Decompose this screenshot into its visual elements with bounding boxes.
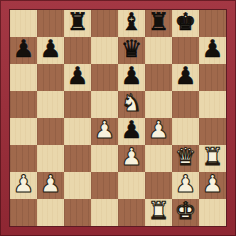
square-c3[interactable]: [64, 145, 91, 172]
square-f4[interactable]: ♟: [145, 118, 172, 145]
chess-board: ♜♝♜♚♟♟♛♟♟♟♟♞♟♟♟♟♛♜♟♟♟♟♜♚: [10, 10, 226, 226]
square-f5[interactable]: [145, 91, 172, 118]
white-pawn-icon[interactable]: ♟: [13, 172, 35, 198]
square-e4[interactable]: ♟: [118, 118, 145, 145]
square-g1[interactable]: ♚: [172, 199, 199, 226]
white-pawn-icon[interactable]: ♟: [175, 172, 197, 198]
square-f3[interactable]: [145, 145, 172, 172]
black-pawn-icon[interactable]: ♟: [121, 118, 143, 144]
square-e3[interactable]: ♟: [118, 145, 145, 172]
square-h5[interactable]: [199, 91, 226, 118]
black-queen-icon[interactable]: ♛: [121, 37, 143, 63]
square-b1[interactable]: [37, 199, 64, 226]
square-c7[interactable]: [64, 37, 91, 64]
square-b7[interactable]: ♟: [37, 37, 64, 64]
white-king-icon[interactable]: ♚: [175, 199, 197, 225]
square-d5[interactable]: [91, 91, 118, 118]
square-a4[interactable]: [10, 118, 37, 145]
square-a2[interactable]: ♟: [10, 172, 37, 199]
square-e6[interactable]: ♟: [118, 64, 145, 91]
square-d1[interactable]: [91, 199, 118, 226]
square-a7[interactable]: ♟: [10, 37, 37, 64]
square-e1[interactable]: [118, 199, 145, 226]
square-c5[interactable]: [64, 91, 91, 118]
square-g3[interactable]: ♛: [172, 145, 199, 172]
square-b3[interactable]: [37, 145, 64, 172]
square-d4[interactable]: ♟: [91, 118, 118, 145]
black-rook-icon[interactable]: ♜: [148, 10, 170, 36]
square-c4[interactable]: [64, 118, 91, 145]
white-pawn-icon[interactable]: ♟: [40, 172, 62, 198]
black-pawn-icon[interactable]: ♟: [175, 64, 197, 90]
square-d3[interactable]: [91, 145, 118, 172]
square-e7[interactable]: ♛: [118, 37, 145, 64]
square-h4[interactable]: [199, 118, 226, 145]
white-pawn-icon[interactable]: ♟: [202, 172, 224, 198]
square-e8[interactable]: ♝: [118, 10, 145, 37]
square-g8[interactable]: ♚: [172, 10, 199, 37]
square-e5[interactable]: ♞: [118, 91, 145, 118]
square-a3[interactable]: [10, 145, 37, 172]
white-pawn-icon[interactable]: ♟: [148, 118, 170, 144]
square-g4[interactable]: [172, 118, 199, 145]
square-c2[interactable]: [64, 172, 91, 199]
square-b4[interactable]: [37, 118, 64, 145]
square-f2[interactable]: [145, 172, 172, 199]
square-a5[interactable]: [10, 91, 37, 118]
square-d2[interactable]: [91, 172, 118, 199]
square-f7[interactable]: [145, 37, 172, 64]
black-pawn-icon[interactable]: ♟: [13, 37, 35, 63]
white-knight-icon[interactable]: ♞: [121, 91, 143, 117]
square-b6[interactable]: [37, 64, 64, 91]
white-pawn-icon[interactable]: ♟: [121, 145, 143, 171]
black-rook-icon[interactable]: ♜: [67, 10, 89, 36]
black-pawn-icon[interactable]: ♟: [40, 37, 62, 63]
square-h6[interactable]: [199, 64, 226, 91]
square-g2[interactable]: ♟: [172, 172, 199, 199]
square-f8[interactable]: ♜: [145, 10, 172, 37]
square-c6[interactable]: ♟: [64, 64, 91, 91]
square-h8[interactable]: [199, 10, 226, 37]
square-h3[interactable]: ♜: [199, 145, 226, 172]
square-d7[interactable]: [91, 37, 118, 64]
square-e2[interactable]: [118, 172, 145, 199]
white-queen-icon[interactable]: ♛: [175, 145, 197, 171]
square-g6[interactable]: ♟: [172, 64, 199, 91]
square-h1[interactable]: [199, 199, 226, 226]
black-bishop-icon[interactable]: ♝: [121, 10, 143, 36]
square-a8[interactable]: [10, 10, 37, 37]
square-b5[interactable]: [37, 91, 64, 118]
square-b2[interactable]: ♟: [37, 172, 64, 199]
square-g5[interactable]: [172, 91, 199, 118]
black-pawn-icon[interactable]: ♟: [202, 37, 224, 63]
white-rook-icon[interactable]: ♜: [148, 199, 170, 225]
black-king-icon[interactable]: ♚: [175, 10, 197, 36]
square-h7[interactable]: ♟: [199, 37, 226, 64]
square-c1[interactable]: [64, 199, 91, 226]
square-g7[interactable]: [172, 37, 199, 64]
square-d8[interactable]: [91, 10, 118, 37]
square-b8[interactable]: [37, 10, 64, 37]
square-f6[interactable]: [145, 64, 172, 91]
black-pawn-icon[interactable]: ♟: [67, 64, 89, 90]
square-f1[interactable]: ♜: [145, 199, 172, 226]
square-a6[interactable]: [10, 64, 37, 91]
square-a1[interactable]: [10, 199, 37, 226]
white-rook-icon[interactable]: ♜: [202, 145, 224, 171]
board-frame: ♜♝♜♚♟♟♛♟♟♟♟♞♟♟♟♟♛♜♟♟♟♟♜♚: [0, 0, 236, 236]
square-c8[interactable]: ♜: [64, 10, 91, 37]
white-pawn-icon[interactable]: ♟: [94, 118, 116, 144]
square-h2[interactable]: ♟: [199, 172, 226, 199]
black-pawn-icon[interactable]: ♟: [121, 64, 143, 90]
square-d6[interactable]: [91, 64, 118, 91]
